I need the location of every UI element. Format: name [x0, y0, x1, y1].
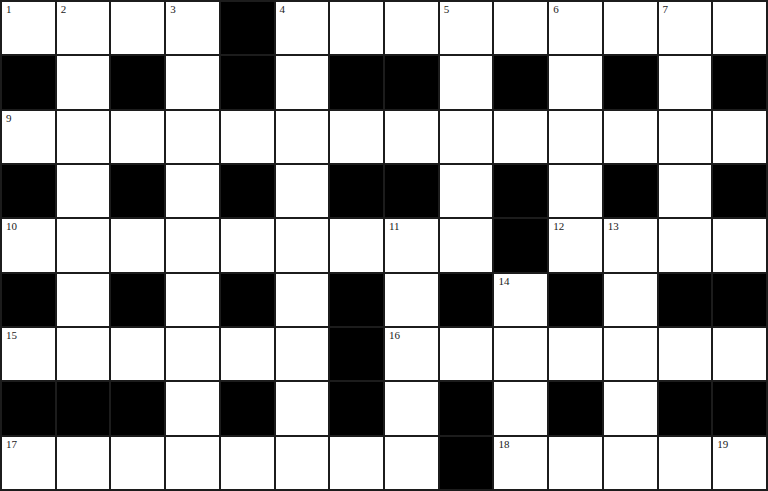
white-cell-r4c9[interactable]: [440, 165, 493, 217]
white-cell-r1c10[interactable]: [494, 2, 547, 54]
black-cell-r4c1: [2, 165, 55, 217]
white-cell-r5c1[interactable]: 10: [2, 219, 55, 271]
white-cell-r7c6[interactable]: [276, 328, 329, 380]
black-cell-r2c3: [111, 56, 164, 108]
black-cell-r4c12: [604, 165, 657, 217]
white-cell-r3c1[interactable]: 9: [2, 111, 55, 163]
white-cell-r3c6[interactable]: [276, 111, 329, 163]
white-cell-r6c4[interactable]: [166, 274, 219, 326]
white-cell-r1c13[interactable]: 7: [659, 2, 712, 54]
white-cell-r2c9[interactable]: [440, 56, 493, 108]
white-cell-r5c5[interactable]: [221, 219, 274, 271]
white-cell-r2c6[interactable]: [276, 56, 329, 108]
black-cell-r8c9: [440, 382, 493, 434]
white-cell-r9c2[interactable]: [57, 437, 110, 489]
white-cell-r3c5[interactable]: [221, 111, 274, 163]
white-cell-r8c4[interactable]: [166, 382, 219, 434]
white-cell-r3c7[interactable]: [330, 111, 383, 163]
white-cell-r3c3[interactable]: [111, 111, 164, 163]
white-cell-r1c3[interactable]: [111, 2, 164, 54]
black-cell-r2c12: [604, 56, 657, 108]
black-cell-r8c7: [330, 382, 383, 434]
white-cell-r4c6[interactable]: [276, 165, 329, 217]
white-cell-r7c5[interactable]: [221, 328, 274, 380]
black-cell-r2c7: [330, 56, 383, 108]
black-cell-r8c1: [2, 382, 55, 434]
white-cell-r8c10[interactable]: [494, 382, 547, 434]
black-cell-r8c13: [659, 382, 712, 434]
clue-number-14: 14: [498, 276, 509, 287]
white-cell-r9c4[interactable]: [166, 437, 219, 489]
white-cell-r1c11[interactable]: 6: [549, 2, 602, 54]
white-cell-r1c1[interactable]: 1: [2, 2, 55, 54]
white-cell-r5c11[interactable]: 12: [549, 219, 602, 271]
white-cell-r7c2[interactable]: [57, 328, 110, 380]
white-cell-r7c10[interactable]: [494, 328, 547, 380]
clue-number-6: 6: [553, 4, 559, 15]
white-cell-r9c14[interactable]: 19: [713, 437, 766, 489]
black-cell-r6c3: [111, 274, 164, 326]
black-cell-r8c5: [221, 382, 274, 434]
clue-number-15: 15: [6, 330, 17, 341]
clue-number-5: 5: [444, 4, 450, 15]
black-cell-r6c13: [659, 274, 712, 326]
white-cell-r5c13[interactable]: [659, 219, 712, 271]
clue-number-4: 4: [280, 4, 286, 15]
white-cell-r9c10[interactable]: 18: [494, 437, 547, 489]
black-cell-r4c14: [713, 165, 766, 217]
white-cell-r7c1[interactable]: 15: [2, 328, 55, 380]
white-cell-r3c8[interactable]: [385, 111, 438, 163]
white-cell-r3c12[interactable]: [604, 111, 657, 163]
white-cell-r8c6[interactable]: [276, 382, 329, 434]
white-cell-r7c11[interactable]: [549, 328, 602, 380]
clue-number-9: 9: [6, 113, 12, 124]
white-cell-r6c2[interactable]: [57, 274, 110, 326]
white-cell-r5c7[interactable]: [330, 219, 383, 271]
white-cell-r5c12[interactable]: 13: [604, 219, 657, 271]
black-cell-r6c5: [221, 274, 274, 326]
white-cell-r6c10[interactable]: 14: [494, 274, 547, 326]
white-cell-r7c3[interactable]: [111, 328, 164, 380]
white-cell-r8c8[interactable]: [385, 382, 438, 434]
white-cell-r3c10[interactable]: [494, 111, 547, 163]
white-cell-r1c2[interactable]: 2: [57, 2, 110, 54]
clue-number-12: 12: [553, 221, 564, 232]
clue-number-10: 10: [6, 221, 17, 232]
white-cell-r2c2[interactable]: [57, 56, 110, 108]
white-cell-r1c4[interactable]: 3: [166, 2, 219, 54]
crossword-grid: 1234567910111213141516171819: [0, 0, 768, 491]
white-cell-r7c9[interactable]: [440, 328, 493, 380]
white-cell-r5c4[interactable]: [166, 219, 219, 271]
black-cell-r2c8: [385, 56, 438, 108]
white-cell-r3c13[interactable]: [659, 111, 712, 163]
black-cell-r7c7: [330, 328, 383, 380]
white-cell-r3c2[interactable]: [57, 111, 110, 163]
white-cell-r7c14[interactable]: [713, 328, 766, 380]
white-cell-r2c13[interactable]: [659, 56, 712, 108]
white-cell-r2c4[interactable]: [166, 56, 219, 108]
black-cell-r4c7: [330, 165, 383, 217]
black-cell-r4c3: [111, 165, 164, 217]
white-cell-r1c12[interactable]: [604, 2, 657, 54]
white-cell-r7c8[interactable]: 16: [385, 328, 438, 380]
black-cell-r6c1: [2, 274, 55, 326]
clue-number-19: 19: [717, 439, 728, 450]
white-cell-r9c13[interactable]: [659, 437, 712, 489]
white-cell-r1c7[interactable]: [330, 2, 383, 54]
white-cell-r4c13[interactable]: [659, 165, 712, 217]
black-cell-r2c10: [494, 56, 547, 108]
clue-number-11: 11: [389, 221, 400, 232]
white-cell-r4c11[interactable]: [549, 165, 602, 217]
white-cell-r5c8[interactable]: 11: [385, 219, 438, 271]
black-cell-r9c9: [440, 437, 493, 489]
white-cell-r5c3[interactable]: [111, 219, 164, 271]
white-cell-r1c9[interactable]: 5: [440, 2, 493, 54]
black-cell-r5c10: [494, 219, 547, 271]
black-cell-r6c11: [549, 274, 602, 326]
black-cell-r8c2: [57, 382, 110, 434]
white-cell-r7c4[interactable]: [166, 328, 219, 380]
white-cell-r5c6[interactable]: [276, 219, 329, 271]
white-cell-r9c3[interactable]: [111, 437, 164, 489]
white-cell-r6c12[interactable]: [604, 274, 657, 326]
white-cell-r7c12[interactable]: [604, 328, 657, 380]
black-cell-r4c8: [385, 165, 438, 217]
white-cell-r6c6[interactable]: [276, 274, 329, 326]
white-cell-r2c11[interactable]: [549, 56, 602, 108]
black-cell-r8c11: [549, 382, 602, 434]
white-cell-r7c13[interactable]: [659, 328, 712, 380]
clue-number-3: 3: [170, 4, 176, 15]
black-cell-r2c5: [221, 56, 274, 108]
white-cell-r1c6[interactable]: 4: [276, 2, 329, 54]
clue-number-16: 16: [389, 330, 400, 341]
white-cell-r5c9[interactable]: [440, 219, 493, 271]
clue-number-7: 7: [663, 4, 669, 15]
white-cell-r9c6[interactable]: [276, 437, 329, 489]
black-cell-r6c9: [440, 274, 493, 326]
white-cell-r1c14[interactable]: [713, 2, 766, 54]
white-cell-r9c5[interactable]: [221, 437, 274, 489]
black-cell-r6c14: [713, 274, 766, 326]
black-cell-r8c14: [713, 382, 766, 434]
black-cell-r4c5: [221, 165, 274, 217]
black-cell-r1c5: [221, 2, 274, 54]
white-cell-r5c14[interactable]: [713, 219, 766, 271]
black-cell-r2c14: [713, 56, 766, 108]
white-cell-r9c8[interactable]: [385, 437, 438, 489]
clue-number-18: 18: [498, 439, 509, 450]
white-cell-r3c4[interactable]: [166, 111, 219, 163]
white-cell-r5c2[interactable]: [57, 219, 110, 271]
black-cell-r2c1: [2, 56, 55, 108]
clue-number-1: 1: [6, 4, 12, 15]
black-cell-r8c3: [111, 382, 164, 434]
white-cell-r9c11[interactable]: [549, 437, 602, 489]
white-cell-r1c8[interactable]: [385, 2, 438, 54]
clue-number-17: 17: [6, 439, 17, 450]
clue-number-13: 13: [608, 221, 619, 232]
white-cell-r6c8[interactable]: [385, 274, 438, 326]
white-cell-r3c9[interactable]: [440, 111, 493, 163]
black-cell-r6c7: [330, 274, 383, 326]
white-cell-r3c14[interactable]: [713, 111, 766, 163]
white-cell-r8c12[interactable]: [604, 382, 657, 434]
clue-number-2: 2: [61, 4, 67, 15]
white-cell-r4c4[interactable]: [166, 165, 219, 217]
white-cell-r9c1[interactable]: 17: [2, 437, 55, 489]
white-cell-r3c11[interactable]: [549, 111, 602, 163]
white-cell-r4c2[interactable]: [57, 165, 110, 217]
white-cell-r9c12[interactable]: [604, 437, 657, 489]
white-cell-r9c7[interactable]: [330, 437, 383, 489]
black-cell-r4c10: [494, 165, 547, 217]
